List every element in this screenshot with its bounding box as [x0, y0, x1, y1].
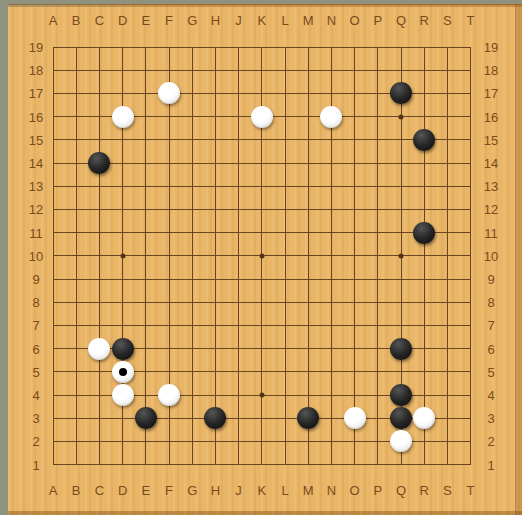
row-label-right-17: 17 — [484, 86, 498, 101]
row-label-left-9: 9 — [32, 272, 39, 287]
column-label-top-K: K — [257, 13, 266, 28]
row-label-left-8: 8 — [32, 295, 39, 310]
grid-line-horizontal — [53, 302, 472, 303]
last-move-marker — [119, 368, 127, 376]
row-label-right-18: 18 — [484, 63, 498, 78]
stone-D6[interactable] — [112, 338, 134, 360]
stone-R15[interactable] — [413, 129, 435, 151]
stone-M3[interactable] — [297, 407, 319, 429]
row-label-left-10: 10 — [29, 248, 43, 263]
page-background: AABBCCDDEEFFGGHHJJKKLLMMNNOOPPQQRRSSTT19… — [0, 0, 522, 515]
star-point-K4 — [259, 393, 264, 398]
row-label-left-14: 14 — [29, 156, 43, 171]
column-label-top-E: E — [141, 13, 150, 28]
column-label-bottom-N: N — [327, 483, 336, 498]
stone-Q6[interactable] — [390, 338, 412, 360]
column-label-bottom-L: L — [281, 483, 288, 498]
column-label-top-Q: Q — [396, 13, 406, 28]
column-label-bottom-F: F — [165, 483, 173, 498]
column-label-top-L: L — [281, 13, 288, 28]
row-label-left-19: 19 — [29, 40, 43, 55]
column-label-top-G: G — [187, 13, 197, 28]
row-label-right-9: 9 — [487, 272, 494, 287]
row-label-right-2: 2 — [487, 434, 494, 449]
column-label-top-A: A — [49, 13, 58, 28]
column-label-bottom-O: O — [350, 483, 360, 498]
stone-Q4[interactable] — [390, 384, 412, 406]
row-label-left-18: 18 — [29, 63, 43, 78]
stone-Q2[interactable] — [390, 430, 412, 452]
row-label-left-2: 2 — [32, 434, 39, 449]
row-label-right-10: 10 — [484, 248, 498, 263]
column-label-bottom-P: P — [373, 483, 382, 498]
row-label-left-4: 4 — [32, 388, 39, 403]
column-label-bottom-S: S — [443, 483, 452, 498]
row-label-right-16: 16 — [484, 109, 498, 124]
row-label-right-6: 6 — [487, 341, 494, 356]
row-label-left-15: 15 — [29, 132, 43, 147]
star-point-D10 — [120, 253, 125, 258]
stone-O3[interactable] — [344, 407, 366, 429]
row-label-left-3: 3 — [32, 411, 39, 426]
column-label-bottom-B: B — [72, 483, 81, 498]
stone-E3[interactable] — [135, 407, 157, 429]
grid-line-vertical — [377, 47, 378, 466]
row-label-left-1: 1 — [32, 457, 39, 472]
column-label-bottom-H: H — [211, 483, 220, 498]
row-label-left-7: 7 — [32, 318, 39, 333]
column-label-top-S: S — [443, 13, 452, 28]
column-label-top-T: T — [467, 13, 475, 28]
grid-line-horizontal — [53, 279, 472, 280]
grid-line-vertical — [354, 47, 355, 466]
column-label-top-M: M — [303, 13, 314, 28]
star-point-Q10 — [399, 253, 404, 258]
stone-F17[interactable] — [158, 82, 180, 104]
column-label-top-F: F — [165, 13, 173, 28]
column-label-bottom-J: J — [235, 483, 242, 498]
column-label-top-P: P — [373, 13, 382, 28]
column-label-bottom-E: E — [141, 483, 150, 498]
column-label-bottom-M: M — [303, 483, 314, 498]
stone-R11[interactable] — [413, 222, 435, 244]
stone-Q3[interactable] — [390, 407, 412, 429]
row-label-right-5: 5 — [487, 364, 494, 379]
column-label-top-J: J — [235, 13, 242, 28]
row-label-right-4: 4 — [487, 388, 494, 403]
row-label-right-12: 12 — [484, 202, 498, 217]
board-edge-right — [515, 4, 522, 515]
column-label-bottom-K: K — [257, 483, 266, 498]
stone-F4[interactable] — [158, 384, 180, 406]
column-label-bottom-A: A — [49, 483, 58, 498]
column-label-bottom-R: R — [419, 483, 428, 498]
column-label-top-B: B — [72, 13, 81, 28]
row-label-left-11: 11 — [29, 225, 43, 240]
stone-Q17[interactable] — [390, 82, 412, 104]
row-label-right-13: 13 — [484, 179, 498, 194]
row-label-right-19: 19 — [484, 40, 498, 55]
column-label-top-O: O — [350, 13, 360, 28]
column-label-top-D: D — [118, 13, 127, 28]
stone-N16[interactable] — [320, 106, 342, 128]
board-edge-bottom — [8, 511, 522, 515]
board-edge-top — [8, 4, 522, 7]
stone-D5[interactable] — [112, 361, 134, 383]
row-label-left-13: 13 — [29, 179, 43, 194]
row-label-left-5: 5 — [32, 364, 39, 379]
grid-line-vertical — [424, 47, 425, 466]
row-label-right-11: 11 — [484, 225, 498, 240]
grid-line-vertical — [308, 47, 309, 466]
row-label-right-3: 3 — [487, 411, 494, 426]
stone-D16[interactable] — [112, 106, 134, 128]
row-label-right-8: 8 — [487, 295, 494, 310]
column-label-bottom-Q: Q — [396, 483, 406, 498]
row-label-right-15: 15 — [484, 132, 498, 147]
column-label-top-R: R — [419, 13, 428, 28]
stone-R3[interactable] — [413, 407, 435, 429]
grid-line-vertical — [470, 47, 471, 466]
row-label-right-7: 7 — [487, 318, 494, 333]
column-label-bottom-D: D — [118, 483, 127, 498]
star-point-Q16 — [399, 114, 404, 119]
stone-D4[interactable] — [112, 384, 134, 406]
star-point-K10 — [259, 253, 264, 258]
go-board[interactable]: AABBCCDDEEFFGGHHJJKKLLMMNNOOPPQQRRSSTT19… — [8, 4, 522, 515]
column-label-bottom-T: T — [467, 483, 475, 498]
row-label-right-14: 14 — [484, 156, 498, 171]
grid-line-vertical — [285, 47, 286, 466]
row-label-left-16: 16 — [29, 109, 43, 124]
row-label-left-12: 12 — [29, 202, 43, 217]
column-label-bottom-G: G — [187, 483, 197, 498]
grid-line-horizontal — [53, 325, 472, 326]
row-label-left-6: 6 — [32, 341, 39, 356]
column-label-top-C: C — [95, 13, 104, 28]
grid-line-vertical — [447, 47, 448, 466]
column-label-bottom-C: C — [95, 483, 104, 498]
row-label-right-1: 1 — [487, 457, 494, 472]
stone-C6[interactable] — [88, 338, 110, 360]
column-label-top-H: H — [211, 13, 220, 28]
column-label-top-N: N — [327, 13, 336, 28]
grid-line-horizontal — [53, 464, 472, 465]
stone-K16[interactable] — [251, 106, 273, 128]
row-label-left-17: 17 — [29, 86, 43, 101]
stone-C14[interactable] — [88, 152, 110, 174]
stone-H3[interactable] — [204, 407, 226, 429]
